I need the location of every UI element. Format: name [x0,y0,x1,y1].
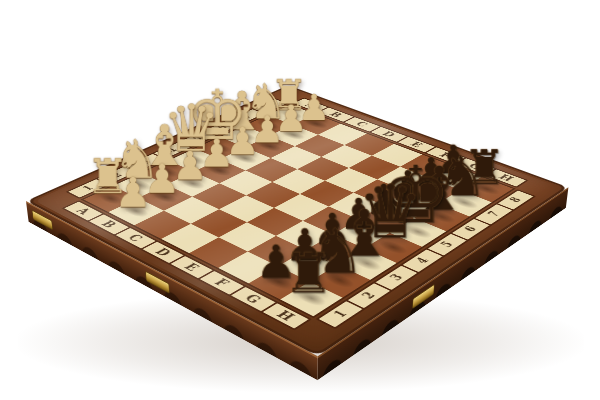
coordinate-label-a: A [303,102,318,108]
coordinate-label-5: 5 [191,136,204,142]
coordinate-label-6: 6 [216,125,229,131]
product-photo-scene: ABCDEFGH 87654321 ABCDEFGH 87654321 ♜♞♟♝… [0,0,600,400]
brass-hinge-left [32,210,53,231]
white-pawn-b1: ♟ [71,172,194,213]
coordinate-label-d: D [380,131,397,138]
black-rook-h1: ♜ [239,245,378,301]
coordinate-label-c: C [354,121,370,128]
coordinate-label-e: E [409,141,425,148]
coordinate-label-7: 7 [241,114,254,119]
coordinate-label-b: B [328,111,344,118]
coordinate-label-8: 8 [264,103,277,108]
